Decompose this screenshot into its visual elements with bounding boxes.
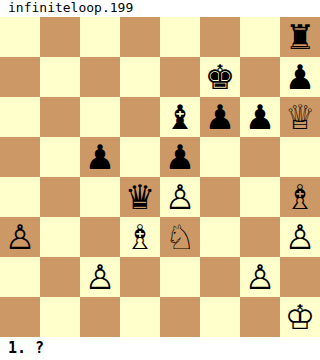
square-b1[interactable] — [40, 297, 80, 337]
square-d4[interactable]: ♛ — [120, 177, 160, 217]
square-h4[interactable]: ♗ — [280, 177, 320, 217]
square-c3[interactable] — [80, 217, 120, 257]
square-a3[interactable]: ♙ — [0, 217, 40, 257]
square-h7[interactable]: ♟ — [280, 57, 320, 97]
square-d6[interactable] — [120, 97, 160, 137]
piece-black-pawn: ♟ — [285, 57, 315, 97]
square-g7[interactable] — [240, 57, 280, 97]
square-f5[interactable] — [200, 137, 240, 177]
piece-white-pawn: ♙ — [5, 217, 35, 257]
square-b8[interactable] — [40, 17, 80, 57]
piece-white-knight: ♘ — [165, 217, 195, 257]
piece-white-pawn: ♙ — [285, 217, 315, 257]
piece-black-pawn: ♟ — [205, 97, 235, 137]
square-h5[interactable] — [280, 137, 320, 177]
square-h8[interactable]: ♜ — [280, 17, 320, 57]
square-d2[interactable] — [120, 257, 160, 297]
square-a6[interactable] — [0, 97, 40, 137]
square-f7[interactable]: ♚ — [200, 57, 240, 97]
piece-white-king: ♔ — [285, 297, 315, 337]
square-c8[interactable] — [80, 17, 120, 57]
square-f8[interactable] — [200, 17, 240, 57]
square-e2[interactable] — [160, 257, 200, 297]
piece-black-queen: ♛ — [125, 177, 155, 217]
square-e1[interactable] — [160, 297, 200, 337]
piece-white-bishop: ♗ — [285, 177, 315, 217]
square-e4[interactable]: ♙ — [160, 177, 200, 217]
chess-board: ♜♚♟♝♟♟♕♟♟♛♙♗♙♗♘♙♙♙♔ — [0, 17, 320, 337]
square-d1[interactable] — [120, 297, 160, 337]
square-b3[interactable] — [40, 217, 80, 257]
square-d3[interactable]: ♗ — [120, 217, 160, 257]
square-f2[interactable] — [200, 257, 240, 297]
square-f1[interactable] — [200, 297, 240, 337]
square-c7[interactable] — [80, 57, 120, 97]
square-a2[interactable] — [0, 257, 40, 297]
square-e6[interactable]: ♝ — [160, 97, 200, 137]
square-d5[interactable] — [120, 137, 160, 177]
square-a8[interactable] — [0, 17, 40, 57]
square-h2[interactable] — [280, 257, 320, 297]
move-prompt: 1. ? — [0, 337, 320, 360]
square-g1[interactable] — [240, 297, 280, 337]
square-b2[interactable] — [40, 257, 80, 297]
square-b5[interactable] — [40, 137, 80, 177]
square-e5[interactable]: ♟ — [160, 137, 200, 177]
square-h6[interactable]: ♕ — [280, 97, 320, 137]
square-e3[interactable]: ♘ — [160, 217, 200, 257]
piece-black-pawn: ♟ — [165, 137, 195, 177]
piece-white-queen: ♕ — [285, 97, 315, 137]
piece-black-pawn: ♟ — [85, 137, 115, 177]
square-b4[interactable] — [40, 177, 80, 217]
square-a5[interactable] — [0, 137, 40, 177]
piece-black-pawn: ♟ — [245, 97, 275, 137]
piece-black-king: ♚ — [205, 57, 235, 97]
piece-white-pawn: ♙ — [165, 177, 195, 217]
square-e7[interactable] — [160, 57, 200, 97]
piece-white-bishop: ♗ — [125, 217, 155, 257]
square-c4[interactable] — [80, 177, 120, 217]
square-a7[interactable] — [0, 57, 40, 97]
square-c6[interactable] — [80, 97, 120, 137]
square-g6[interactable]: ♟ — [240, 97, 280, 137]
square-a1[interactable] — [0, 297, 40, 337]
piece-white-pawn: ♙ — [85, 257, 115, 297]
piece-black-bishop: ♝ — [165, 97, 195, 137]
square-c5[interactable]: ♟ — [80, 137, 120, 177]
square-c1[interactable] — [80, 297, 120, 337]
piece-white-pawn: ♙ — [245, 257, 275, 297]
square-g8[interactable] — [240, 17, 280, 57]
puzzle-title: infiniteloop.199 — [0, 0, 320, 17]
square-d8[interactable] — [120, 17, 160, 57]
square-g2[interactable]: ♙ — [240, 257, 280, 297]
square-h1[interactable]: ♔ — [280, 297, 320, 337]
square-c2[interactable]: ♙ — [80, 257, 120, 297]
square-b6[interactable] — [40, 97, 80, 137]
square-f4[interactable] — [200, 177, 240, 217]
square-a4[interactable] — [0, 177, 40, 217]
square-f3[interactable] — [200, 217, 240, 257]
square-f6[interactable]: ♟ — [200, 97, 240, 137]
square-e8[interactable] — [160, 17, 200, 57]
square-g4[interactable] — [240, 177, 280, 217]
square-h3[interactable]: ♙ — [280, 217, 320, 257]
piece-black-rook: ♜ — [285, 17, 315, 57]
square-g3[interactable] — [240, 217, 280, 257]
square-b7[interactable] — [40, 57, 80, 97]
square-d7[interactable] — [120, 57, 160, 97]
square-g5[interactable] — [240, 137, 280, 177]
